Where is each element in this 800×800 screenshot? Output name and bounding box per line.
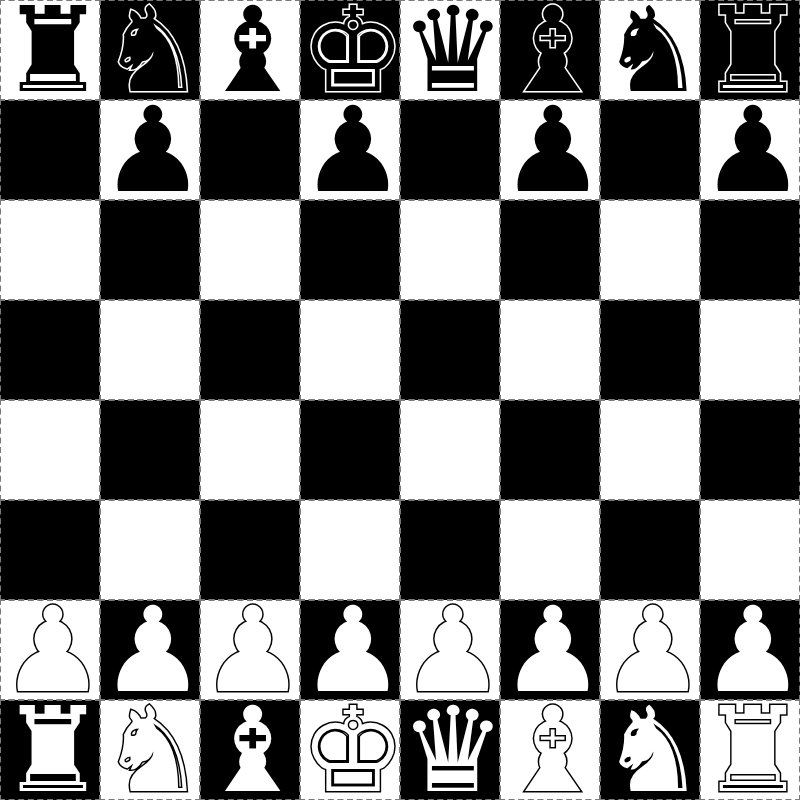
- square-a1[interactable]: ♜: [0, 700, 100, 800]
- square-d5[interactable]: [300, 300, 400, 400]
- square-c5[interactable]: [200, 300, 300, 400]
- square-e5[interactable]: [400, 300, 500, 400]
- square-g6[interactable]: [600, 200, 700, 300]
- square-h4[interactable]: [700, 400, 800, 500]
- square-c4[interactable]: [200, 400, 300, 500]
- square-h7[interactable]: ♟: [700, 100, 800, 200]
- piece-black-pawn[interactable]: ♟: [500, 100, 600, 200]
- piece-white-rook[interactable]: ♜: [0, 700, 100, 800]
- piece-black-pawn[interactable]: ♟: [400, 100, 500, 200]
- square-c6[interactable]: [200, 200, 300, 300]
- piece-white-knight[interactable]: ♞: [600, 700, 700, 800]
- square-a7[interactable]: ♟: [0, 100, 100, 200]
- square-f5[interactable]: [500, 300, 600, 400]
- square-g1[interactable]: ♞: [600, 700, 700, 800]
- square-e1[interactable]: ♛: [400, 700, 500, 800]
- piece-white-knight[interactable]: ♞: [100, 700, 200, 800]
- piece-black-pawn[interactable]: ♟: [0, 100, 100, 200]
- square-e7[interactable]: ♟: [400, 100, 500, 200]
- square-b1[interactable]: ♞: [100, 700, 200, 800]
- square-a4[interactable]: [0, 400, 100, 500]
- square-h6[interactable]: [700, 200, 800, 300]
- piece-black-pawn[interactable]: ♟: [100, 100, 200, 200]
- square-c7[interactable]: ♟: [200, 100, 300, 200]
- piece-black-pawn[interactable]: ♟: [300, 100, 400, 200]
- square-e4[interactable]: [400, 400, 500, 500]
- square-g7[interactable]: ♟: [600, 100, 700, 200]
- square-a6[interactable]: [0, 200, 100, 300]
- square-b7[interactable]: ♟: [100, 100, 200, 200]
- square-d6[interactable]: [300, 200, 400, 300]
- piece-black-pawn[interactable]: ♟: [700, 100, 800, 200]
- piece-white-king[interactable]: ♚: [300, 700, 400, 800]
- piece-black-pawn[interactable]: ♟: [200, 100, 300, 200]
- square-b6[interactable]: [100, 200, 200, 300]
- square-g5[interactable]: [600, 300, 700, 400]
- square-g4[interactable]: [600, 400, 700, 500]
- piece-white-rook[interactable]: ♜: [700, 700, 800, 800]
- square-d4[interactable]: [300, 400, 400, 500]
- square-a5[interactable]: [0, 300, 100, 400]
- square-c1[interactable]: ♝: [200, 700, 300, 800]
- chess-board: ♜♞♝♚♛♝♞♜♟♟♟♟♟♟♟♟♟♟♟♟♟♟♟♟♜♞♝♚♛♝♞♜: [0, 0, 800, 800]
- square-b5[interactable]: [100, 300, 200, 400]
- square-f6[interactable]: [500, 200, 600, 300]
- piece-white-bishop[interactable]: ♝: [500, 700, 600, 800]
- piece-black-pawn[interactable]: ♟: [600, 100, 700, 200]
- square-h5[interactable]: [700, 300, 800, 400]
- square-d1[interactable]: ♚: [300, 700, 400, 800]
- square-e6[interactable]: [400, 200, 500, 300]
- piece-white-bishop[interactable]: ♝: [200, 700, 300, 800]
- square-d7[interactable]: ♟: [300, 100, 400, 200]
- square-f7[interactable]: ♟: [500, 100, 600, 200]
- piece-white-queen[interactable]: ♛: [400, 700, 500, 800]
- square-f4[interactable]: [500, 400, 600, 500]
- square-b4[interactable]: [100, 400, 200, 500]
- square-f1[interactable]: ♝: [500, 700, 600, 800]
- square-h1[interactable]: ♜: [700, 700, 800, 800]
